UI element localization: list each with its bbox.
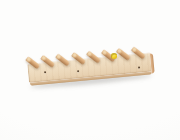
peg-1-tip — [25, 56, 32, 63]
screw-hole-left — [44, 71, 46, 73]
screw-hole-right — [138, 66, 140, 68]
peg-6-tip — [101, 49, 108, 56]
coat-rack-product-photo — [0, 0, 180, 140]
peg-4-tip — [70, 52, 77, 59]
screw-hole-center — [77, 70, 79, 72]
peg-2-tip — [40, 54, 47, 61]
yellow-dot-sticker — [111, 53, 117, 59]
peg-8-tip — [131, 46, 138, 53]
peg-7-tip — [116, 47, 123, 54]
peg-5-tip — [85, 50, 92, 57]
peg-3-tip — [55, 53, 62, 60]
